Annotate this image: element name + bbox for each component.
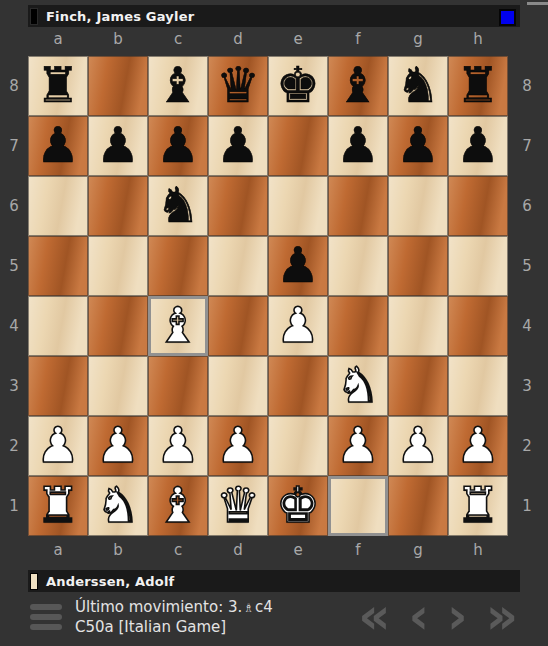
white-pawn: ♟ — [276, 296, 320, 356]
square-g7[interactable]: ♟ — [388, 116, 448, 176]
square-e5[interactable]: ♟ — [268, 236, 328, 296]
top-player-name: Finch, James Gayler — [46, 9, 194, 24]
white-pawn: ♟ — [36, 416, 80, 476]
square-h7[interactable]: ♟ — [448, 116, 508, 176]
bottom-player-name: Anderssen, Adolf — [46, 574, 174, 589]
file-labels-top: abcdefgh — [28, 30, 508, 48]
black-pawn: ♟ — [216, 116, 260, 176]
file-label-d: d — [208, 541, 268, 559]
file-label-d: d — [208, 30, 268, 48]
menu-icon[interactable] — [30, 604, 62, 634]
move-info: Último movimiento: 3.♗c4 C50a [Italian G… — [75, 598, 273, 637]
square-b7[interactable]: ♟ — [88, 116, 148, 176]
square-h1[interactable]: ♜ — [448, 476, 508, 536]
file-label-b: b — [88, 541, 148, 559]
black-pawn: ♟ — [396, 116, 440, 176]
white-pawn: ♟ — [216, 416, 260, 476]
rank-label-1: 1 — [508, 476, 546, 536]
square-d3[interactable] — [208, 356, 268, 416]
next-move-button[interactable]: › — [447, 590, 468, 642]
square-c6[interactable]: ♞ — [148, 176, 208, 236]
rank-label-2: 2 — [508, 416, 546, 476]
square-e1[interactable]: ♚ — [268, 476, 328, 536]
last-move-line: Último movimiento: 3.♗c4 — [75, 598, 273, 618]
square-f1[interactable] — [328, 476, 388, 536]
white-pawn: ♟ — [96, 416, 140, 476]
white-bishop: ♝ — [156, 476, 200, 536]
white-queen: ♛ — [216, 476, 260, 536]
square-b6[interactable] — [88, 176, 148, 236]
white-rook: ♜ — [456, 476, 500, 536]
white-pawn: ♟ — [396, 416, 440, 476]
rank-label-3: 3 — [508, 356, 546, 416]
rank-label-8: 8 — [0, 56, 28, 116]
square-f6[interactable] — [328, 176, 388, 236]
rank-label-3: 3 — [0, 356, 28, 416]
rank-label-5: 5 — [0, 236, 28, 296]
file-label-h: h — [448, 541, 508, 559]
square-g3[interactable] — [388, 356, 448, 416]
square-f4[interactable] — [328, 296, 388, 356]
square-a2[interactable]: ♟ — [28, 416, 88, 476]
square-b3[interactable] — [88, 356, 148, 416]
black-bishop: ♝ — [336, 56, 380, 116]
square-a5[interactable] — [28, 236, 88, 296]
square-d8[interactable]: ♛ — [208, 56, 268, 116]
square-g6[interactable] — [388, 176, 448, 236]
square-g1[interactable] — [388, 476, 448, 536]
scrollbar-fragment[interactable] — [527, 2, 548, 5]
square-d4[interactable] — [208, 296, 268, 356]
square-c2[interactable]: ♟ — [148, 416, 208, 476]
square-g2[interactable]: ♟ — [388, 416, 448, 476]
move-navigation: « ‹ › » — [358, 590, 518, 642]
square-a1[interactable]: ♜ — [28, 476, 88, 536]
square-e7[interactable] — [268, 116, 328, 176]
square-c1[interactable]: ♝ — [148, 476, 208, 536]
rank-label-7: 7 — [508, 116, 546, 176]
rank-label-6: 6 — [508, 176, 546, 236]
black-pawn: ♟ — [336, 116, 380, 176]
top-player-bar: Finch, James Gayler — [28, 5, 520, 27]
file-label-h: h — [448, 30, 508, 48]
rank-label-8: 8 — [508, 56, 546, 116]
connection-status-indicator — [499, 9, 516, 26]
square-d6[interactable] — [208, 176, 268, 236]
rank-label-6: 6 — [0, 176, 28, 236]
rank-label-4: 4 — [508, 296, 546, 356]
square-e4[interactable]: ♟ — [268, 296, 328, 356]
footer: Último movimiento: 3.♗c4 C50a [Italian G… — [0, 596, 548, 646]
white-rook: ♜ — [36, 476, 80, 536]
square-c7[interactable]: ♟ — [148, 116, 208, 176]
chess-app: Finch, James Gayler abcdefgh 87654321 87… — [0, 0, 548, 646]
chess-board: ♜♝♛♚♝♞♜♟♟♟♟♟♟♟♞♟♝♟♞♟♟♟♟♟♟♟♜♞♝♛♚♜ — [28, 56, 508, 536]
square-f7[interactable]: ♟ — [328, 116, 388, 176]
square-f3[interactable]: ♞ — [328, 356, 388, 416]
file-label-c: c — [148, 541, 208, 559]
square-h2[interactable]: ♟ — [448, 416, 508, 476]
square-h5[interactable] — [448, 236, 508, 296]
black-queen: ♛ — [216, 56, 260, 116]
square-h6[interactable] — [448, 176, 508, 236]
black-pawn: ♟ — [96, 116, 140, 176]
square-a4[interactable] — [28, 296, 88, 356]
square-g4[interactable] — [388, 296, 448, 356]
white-knight: ♞ — [336, 356, 380, 416]
square-d5[interactable] — [208, 236, 268, 296]
square-f8[interactable]: ♝ — [328, 56, 388, 116]
file-label-e: e — [268, 30, 328, 48]
square-b1[interactable]: ♞ — [88, 476, 148, 536]
white-pawn: ♟ — [456, 416, 500, 476]
square-d2[interactable]: ♟ — [208, 416, 268, 476]
square-a7[interactable]: ♟ — [28, 116, 88, 176]
bishop-icon: ♗ — [242, 601, 255, 615]
rank-label-2: 2 — [0, 416, 28, 476]
file-label-g: g — [388, 541, 448, 559]
black-rook: ♜ — [456, 56, 500, 116]
square-c5[interactable] — [148, 236, 208, 296]
rank-label-7: 7 — [0, 116, 28, 176]
black-pawn: ♟ — [36, 116, 80, 176]
square-b2[interactable]: ♟ — [88, 416, 148, 476]
black-bishop: ♝ — [156, 56, 200, 116]
square-c4[interactable]: ♝ — [148, 296, 208, 356]
first-move-button[interactable]: « — [358, 590, 390, 642]
square-b4[interactable] — [88, 296, 148, 356]
square-e8[interactable]: ♚ — [268, 56, 328, 116]
rank-labels-left: 87654321 — [0, 56, 28, 536]
square-h8[interactable]: ♜ — [448, 56, 508, 116]
square-f2[interactable]: ♟ — [328, 416, 388, 476]
square-e3[interactable] — [268, 356, 328, 416]
file-labels-bottom: abcdefgh — [28, 541, 508, 559]
square-e2[interactable] — [268, 416, 328, 476]
square-g5[interactable] — [388, 236, 448, 296]
file-label-g: g — [388, 30, 448, 48]
white-pawn: ♟ — [156, 416, 200, 476]
square-c3[interactable] — [148, 356, 208, 416]
black-pawn: ♟ — [456, 116, 500, 176]
square-b5[interactable] — [88, 236, 148, 296]
square-c8[interactable]: ♝ — [148, 56, 208, 116]
file-label-f: f — [328, 541, 388, 559]
rank-label-1: 1 — [0, 476, 28, 536]
rank-label-5: 5 — [508, 236, 546, 296]
file-label-a: a — [28, 541, 88, 559]
black-pawn: ♟ — [276, 236, 320, 296]
square-d7[interactable]: ♟ — [208, 116, 268, 176]
square-g8[interactable]: ♞ — [388, 56, 448, 116]
black-king: ♚ — [276, 56, 320, 116]
square-a6[interactable] — [28, 176, 88, 236]
white-knight: ♞ — [96, 476, 140, 536]
white-king: ♚ — [276, 476, 320, 536]
last-move-value: c4 — [255, 598, 273, 616]
rank-label-4: 4 — [0, 296, 28, 356]
white-side-indicator — [30, 573, 38, 590]
opening-name: C50a [Italian Game] — [75, 618, 273, 637]
square-a3[interactable] — [28, 356, 88, 416]
file-label-b: b — [88, 30, 148, 48]
file-label-e: e — [268, 541, 328, 559]
square-h4[interactable] — [448, 296, 508, 356]
square-e6[interactable] — [268, 176, 328, 236]
black-pawn: ♟ — [156, 116, 200, 176]
black-knight: ♞ — [396, 56, 440, 116]
square-d1[interactable]: ♛ — [208, 476, 268, 536]
last-move-button[interactable]: » — [486, 590, 518, 642]
file-label-a: a — [28, 30, 88, 48]
file-label-f: f — [328, 30, 388, 48]
square-h3[interactable] — [448, 356, 508, 416]
black-rook: ♜ — [36, 56, 80, 116]
square-b8[interactable] — [88, 56, 148, 116]
white-bishop: ♝ — [156, 296, 200, 356]
white-pawn: ♟ — [336, 416, 380, 476]
last-move-label: Último movimiento: 3. — [75, 598, 242, 616]
square-f5[interactable] — [328, 236, 388, 296]
file-label-c: c — [148, 30, 208, 48]
black-knight: ♞ — [156, 176, 200, 236]
previous-move-button[interactable]: ‹ — [408, 590, 429, 642]
rank-labels-right: 87654321 — [508, 56, 546, 536]
black-side-indicator — [30, 8, 38, 25]
square-a8[interactable]: ♜ — [28, 56, 88, 116]
